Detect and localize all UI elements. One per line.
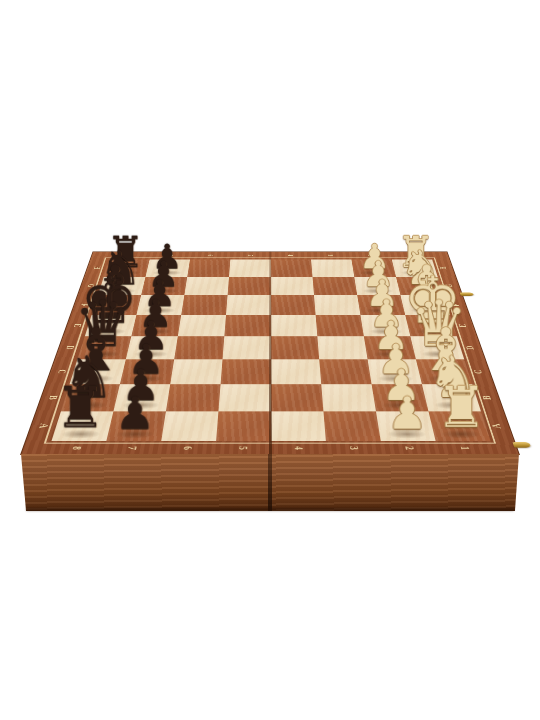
left-rail-letter-A: A	[15, 420, 73, 432]
left-rail-letter-G: G	[68, 282, 113, 289]
perspective-wrapper: HGFEDCBA HGFEDCBA 87654321 87654321 ♜♞♝♚…	[20, 0, 520, 455]
right-rail-letter-B: B	[459, 392, 514, 403]
board-box-bottom-edge	[26, 508, 514, 511]
right-rail-letter-H: H	[421, 265, 464, 272]
chess-board: HGFEDCBA HGFEDCBA 87654321 87654321 ♜♞♝♚…	[20, 252, 520, 455]
right-rail-letter-D: D	[445, 343, 495, 352]
far-rail-number-3: 3	[323, 247, 339, 263]
brass-clasp-bottom	[512, 442, 531, 448]
piece-glyph: ♟	[86, 391, 183, 436]
board-box-front-seam	[268, 454, 272, 511]
pieces-layer: ♜♞♝♚♛♝♞♜♟♟♟♟♟♟♟♟♟♟♟♟♟♟♟♟♜♞♝♚♛♝♞♜	[51, 259, 490, 440]
left-rail-letter-D: D	[45, 343, 95, 352]
right-rail-letter-E: E	[438, 321, 486, 329]
far-rail-number-7: 7	[162, 247, 180, 263]
left-rail-letter-H: H	[75, 265, 118, 272]
right-rail-letter-C: C	[452, 367, 505, 377]
far-rail-number-5: 5	[243, 247, 258, 263]
left-rail-letter-F: F	[61, 301, 108, 309]
right-rail-letter-F: F	[432, 301, 479, 309]
left-rail-letter-B: B	[26, 392, 81, 403]
chess-set-product-photo: HGFEDCBA HGFEDCBA 87654321 87654321 ♜♞♝♚…	[0, 0, 540, 720]
far-rail-number-6: 6	[202, 247, 218, 263]
left-rail-letter-E: E	[53, 321, 101, 329]
left-rail-letter-C: C	[36, 367, 89, 377]
right-rail-letter-G: G	[427, 282, 472, 289]
right-rail-letter-A: A	[468, 420, 526, 432]
far-rail-number-4: 4	[283, 247, 298, 263]
